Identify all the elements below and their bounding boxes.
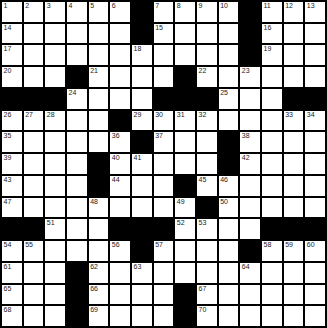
cell-r5c4[interactable]: 24	[67, 89, 87, 109]
cell-r6c5[interactable]	[89, 111, 109, 131]
clue-number: 23	[242, 67, 250, 75]
clue-number: 31	[177, 111, 185, 119]
clue-number: 54	[4, 241, 12, 249]
clue-number: 70	[198, 306, 206, 314]
cell-r7c8[interactable]: 37	[154, 132, 174, 152]
cell-r9c4[interactable]	[67, 176, 87, 196]
black-cell-r8c11	[219, 154, 239, 174]
cell-r10c8[interactable]	[154, 198, 174, 218]
cell-r11c11[interactable]	[219, 219, 239, 239]
black-cell-r3c12	[240, 45, 260, 65]
cell-r13c10[interactable]	[197, 263, 217, 283]
clue-number: 67	[198, 285, 206, 293]
cell-r4c3[interactable]	[45, 67, 65, 87]
clue-number: 38	[242, 132, 250, 140]
clue-number: 64	[242, 263, 250, 271]
clue-number: 65	[4, 285, 12, 293]
clue-number: 15	[155, 24, 163, 32]
cell-r2c4[interactable]	[67, 24, 87, 44]
cell-r4c6[interactable]	[110, 67, 130, 87]
crossword-board: 1234567891011121314151617181920212223242…	[0, 0, 327, 328]
cell-r13c12[interactable]: 64	[240, 263, 260, 283]
cell-r11c5[interactable]	[89, 219, 109, 239]
cell-r15c8[interactable]	[154, 306, 174, 326]
cell-r7c12[interactable]: 38	[240, 132, 260, 152]
cell-r3c9[interactable]	[175, 45, 195, 65]
cell-r6c2[interactable]: 27	[24, 111, 44, 131]
black-cell-r2c12	[240, 24, 260, 44]
black-cell-r9c5	[89, 176, 109, 196]
clue-number: 27	[25, 111, 33, 119]
cell-r2c6[interactable]	[110, 24, 130, 44]
cell-r13c2[interactable]	[24, 263, 44, 283]
cell-r2c14[interactable]	[284, 24, 304, 44]
cell-r4c1[interactable]: 20	[2, 67, 22, 87]
cell-r7c14[interactable]	[284, 132, 304, 152]
cell-r11c10[interactable]: 53	[197, 219, 217, 239]
cell-r9c14[interactable]	[284, 176, 304, 196]
cell-r5c12[interactable]	[240, 89, 260, 109]
cell-r10c6[interactable]	[110, 198, 130, 218]
cell-r10c11[interactable]: 50	[219, 198, 239, 218]
cell-r12c6[interactable]: 56	[110, 241, 130, 261]
cell-r8c4[interactable]	[67, 154, 87, 174]
cell-r8c7[interactable]: 41	[132, 154, 152, 174]
black-cell-r9c9	[175, 176, 195, 196]
cell-r3c11[interactable]	[219, 45, 239, 65]
clue-number: 34	[307, 111, 315, 119]
clue-number: 50	[220, 198, 228, 206]
clue-number: 40	[112, 154, 120, 162]
cell-r8c13[interactable]	[262, 154, 282, 174]
cell-r4c15[interactable]	[305, 67, 325, 87]
clue-number: 63	[133, 263, 141, 271]
cell-r14c6[interactable]	[110, 285, 130, 305]
cell-r2c5[interactable]	[89, 24, 109, 44]
cell-r7c9[interactable]	[175, 132, 195, 152]
clue-number: 8	[177, 2, 181, 10]
clue-number: 42	[242, 154, 250, 162]
cell-r6c4[interactable]	[67, 111, 87, 131]
cell-r10c14[interactable]	[284, 198, 304, 218]
cell-r7c3[interactable]	[45, 132, 65, 152]
cell-r15c1[interactable]: 68	[2, 306, 22, 326]
cell-r1c14[interactable]: 12	[284, 2, 304, 22]
black-cell-r2c7	[132, 24, 152, 44]
clue-number: 26	[4, 111, 12, 119]
cell-r7c13[interactable]	[262, 132, 282, 152]
clue-number: 45	[198, 176, 206, 184]
cell-r10c15[interactable]	[305, 198, 325, 218]
black-cell-r15c4	[67, 306, 87, 326]
cell-r7c4[interactable]	[67, 132, 87, 152]
cell-r1c4[interactable]: 4	[67, 2, 87, 22]
black-cell-r11c2	[24, 219, 44, 239]
clue-number: 32	[198, 111, 206, 119]
cell-r10c5[interactable]: 48	[89, 198, 109, 218]
clue-number: 35	[4, 132, 12, 140]
clue-number: 37	[155, 132, 163, 140]
black-cell-r15c9	[175, 306, 195, 326]
cell-r1c9[interactable]: 8	[175, 2, 195, 22]
cell-r9c12[interactable]	[240, 176, 260, 196]
black-cell-r11c1	[2, 219, 22, 239]
cell-r13c15[interactable]	[305, 263, 325, 283]
cell-r6c11[interactable]	[219, 111, 239, 131]
cell-r3c1[interactable]: 17	[2, 45, 22, 65]
cell-r4c11[interactable]	[219, 67, 239, 87]
cell-r13c13[interactable]	[262, 263, 282, 283]
clue-number: 55	[25, 241, 33, 249]
clue-number: 33	[285, 111, 293, 119]
clue-number: 7	[155, 2, 159, 10]
cell-r1c3[interactable]: 3	[45, 2, 65, 22]
cell-r1c11[interactable]: 10	[219, 2, 239, 22]
cell-r3c15[interactable]	[305, 45, 325, 65]
cell-r14c3[interactable]	[45, 285, 65, 305]
black-cell-r11c14	[284, 219, 304, 239]
black-cell-r5c15	[305, 89, 325, 109]
cell-r13c14[interactable]	[284, 263, 304, 283]
cell-r10c7[interactable]	[132, 198, 152, 218]
cell-r10c2[interactable]	[24, 198, 44, 218]
clue-number: 46	[220, 176, 228, 184]
black-cell-r5c9	[175, 89, 195, 109]
cell-r14c1[interactable]: 65	[2, 285, 22, 305]
black-cell-r12c12	[240, 241, 260, 261]
cell-r4c5[interactable]: 21	[89, 67, 109, 87]
cell-r14c5[interactable]: 66	[89, 285, 109, 305]
cell-r11c9[interactable]: 52	[175, 219, 195, 239]
clue-number: 28	[47, 111, 55, 119]
black-cell-r11c15	[305, 219, 325, 239]
clue-number: 21	[90, 67, 98, 75]
cell-r6c10[interactable]: 32	[197, 111, 217, 131]
clue-number: 61	[4, 263, 12, 271]
cell-r15c3[interactable]	[45, 306, 65, 326]
cell-r8c12[interactable]: 42	[240, 154, 260, 174]
cell-r6c7[interactable]: 29	[132, 111, 152, 131]
cell-r12c5[interactable]	[89, 241, 109, 261]
black-cell-r6c6	[110, 111, 130, 131]
cell-r3c6[interactable]	[110, 45, 130, 65]
black-cell-r5c3	[45, 89, 65, 109]
cell-r1c8[interactable]: 7	[154, 2, 174, 22]
cell-r13c9[interactable]	[175, 263, 195, 283]
clue-number: 4	[68, 2, 72, 10]
black-cell-r7c11	[219, 132, 239, 152]
clue-number: 17	[4, 45, 12, 53]
clue-number: 60	[307, 241, 315, 249]
cell-r15c15[interactable]	[305, 306, 325, 326]
cell-r4c7[interactable]	[132, 67, 152, 87]
cell-r2c10[interactable]	[197, 24, 217, 44]
cell-r2c2[interactable]	[24, 24, 44, 44]
cell-r15c5[interactable]: 69	[89, 306, 109, 326]
cell-r9c8[interactable]	[154, 176, 174, 196]
clue-number: 9	[198, 2, 202, 10]
cell-r1c13[interactable]: 11	[262, 2, 282, 22]
clue-number: 69	[90, 306, 98, 314]
cell-r15c10[interactable]: 70	[197, 306, 217, 326]
cell-r12c2[interactable]: 55	[24, 241, 44, 261]
cell-r12c14[interactable]: 59	[284, 241, 304, 261]
black-cell-r5c2	[24, 89, 44, 109]
clue-number: 57	[155, 241, 163, 249]
cell-r15c12[interactable]	[240, 306, 260, 326]
cell-r6c15[interactable]: 34	[305, 111, 325, 131]
black-cell-r10c10	[197, 198, 217, 218]
cell-r15c6[interactable]	[110, 306, 130, 326]
black-cell-r7c7	[132, 132, 152, 152]
black-cell-r1c7	[132, 2, 152, 22]
clue-number: 16	[263, 24, 271, 32]
cell-r4c10[interactable]: 22	[197, 67, 217, 87]
cell-r15c2[interactable]	[24, 306, 44, 326]
cell-r9c6[interactable]: 44	[110, 176, 130, 196]
cell-r15c14[interactable]	[284, 306, 304, 326]
black-cell-r1c12	[240, 2, 260, 22]
clue-number: 12	[285, 2, 293, 10]
cell-r15c7[interactable]	[132, 306, 152, 326]
clue-number: 20	[4, 67, 12, 75]
clue-number: 68	[4, 306, 12, 314]
cell-r3c10[interactable]	[197, 45, 217, 65]
black-cell-r14c9	[175, 285, 195, 305]
clue-number: 43	[4, 176, 12, 184]
cell-r13c8[interactable]	[154, 263, 174, 283]
cell-r6c3[interactable]: 28	[45, 111, 65, 131]
clue-number: 49	[177, 198, 185, 206]
clue-number: 59	[285, 241, 293, 249]
cell-r12c15[interactable]: 60	[305, 241, 325, 261]
black-cell-r11c6	[110, 219, 130, 239]
cell-r3c7[interactable]: 18	[132, 45, 152, 65]
cell-r2c1[interactable]: 14	[2, 24, 22, 44]
black-cell-r4c9	[175, 67, 195, 87]
cell-r11c12[interactable]	[240, 219, 260, 239]
cell-r9c7[interactable]	[132, 176, 152, 196]
clue-number: 18	[133, 45, 141, 53]
cell-r12c10[interactable]	[197, 241, 217, 261]
clue-number: 2	[25, 2, 29, 10]
cell-r10c12[interactable]	[240, 198, 260, 218]
cell-r14c8[interactable]	[154, 285, 174, 305]
cell-r12c11[interactable]	[219, 241, 239, 261]
clue-number: 10	[220, 2, 228, 10]
cell-r8c1[interactable]: 39	[2, 154, 22, 174]
cell-r2c9[interactable]	[175, 24, 195, 44]
clue-number: 25	[220, 89, 228, 97]
clue-number: 29	[133, 111, 141, 119]
clue-number: 66	[90, 285, 98, 293]
clue-number: 39	[4, 154, 12, 162]
clue-number: 30	[155, 111, 163, 119]
clue-number: 36	[112, 132, 120, 140]
cell-r10c13[interactable]	[262, 198, 282, 218]
cell-r6c12[interactable]	[240, 111, 260, 131]
cell-r6c8[interactable]: 30	[154, 111, 174, 131]
cell-r6c9[interactable]: 31	[175, 111, 195, 131]
cell-r14c13[interactable]	[262, 285, 282, 305]
clue-number: 13	[307, 2, 315, 10]
black-cell-r5c8	[154, 89, 174, 109]
cell-r1c15[interactable]: 13	[305, 2, 325, 22]
cell-r5c11[interactable]: 25	[219, 89, 239, 109]
cell-r3c5[interactable]	[89, 45, 109, 65]
cell-r8c2[interactable]	[24, 154, 44, 174]
cell-r13c5[interactable]: 62	[89, 263, 109, 283]
cell-r8c8[interactable]	[154, 154, 174, 174]
cell-r8c3[interactable]	[45, 154, 65, 174]
black-cell-r11c7	[132, 219, 152, 239]
black-cell-r5c1	[2, 89, 22, 109]
cell-r13c11[interactable]	[219, 263, 239, 283]
black-cell-r4c4	[67, 67, 87, 87]
clue-number: 58	[263, 241, 271, 249]
cell-r9c1[interactable]: 43	[2, 176, 22, 196]
clue-number: 6	[112, 2, 116, 10]
cell-r7c2[interactable]	[24, 132, 44, 152]
cell-r1c6[interactable]: 6	[110, 2, 130, 22]
black-cell-r5c14	[284, 89, 304, 109]
cell-r2c11[interactable]	[219, 24, 239, 44]
cell-r11c4[interactable]	[67, 219, 87, 239]
cell-r12c4[interactable]	[67, 241, 87, 261]
cell-r3c8[interactable]	[154, 45, 174, 65]
clue-number: 1	[4, 2, 8, 10]
cell-r9c2[interactable]	[24, 176, 44, 196]
cell-r1c10[interactable]: 9	[197, 2, 217, 22]
cell-r2c13[interactable]: 16	[262, 24, 282, 44]
black-cell-r13c4	[67, 263, 87, 283]
cell-r13c6[interactable]	[110, 263, 130, 283]
cell-r6c1[interactable]: 26	[2, 111, 22, 131]
cell-r8c10[interactable]	[197, 154, 217, 174]
cell-r1c5[interactable]: 5	[89, 2, 109, 22]
cell-r4c12[interactable]: 23	[240, 67, 260, 87]
cell-r15c13[interactable]	[262, 306, 282, 326]
clue-number: 5	[90, 2, 94, 10]
cell-r13c7[interactable]: 63	[132, 263, 152, 283]
cell-r2c15[interactable]	[305, 24, 325, 44]
clue-number: 51	[47, 219, 55, 227]
cell-r10c1[interactable]: 47	[2, 198, 22, 218]
cell-r4c8[interactable]	[154, 67, 174, 87]
cell-r3c14[interactable]	[284, 45, 304, 65]
cell-r6c14[interactable]: 33	[284, 111, 304, 131]
clue-number: 14	[4, 24, 12, 32]
cell-r10c3[interactable]	[45, 198, 65, 218]
black-cell-r11c13	[262, 219, 282, 239]
cell-r3c13[interactable]: 19	[262, 45, 282, 65]
cell-r8c9[interactable]	[175, 154, 195, 174]
cell-r7c5[interactable]	[89, 132, 109, 152]
cell-r9c11[interactable]: 46	[219, 176, 239, 196]
cell-r12c3[interactable]	[45, 241, 65, 261]
cell-r2c3[interactable]	[45, 24, 65, 44]
cell-r12c9[interactable]	[175, 241, 195, 261]
cell-r13c3[interactable]	[45, 263, 65, 283]
clue-number: 24	[68, 89, 76, 97]
clue-number: 56	[112, 241, 120, 249]
cell-r14c14[interactable]	[284, 285, 304, 305]
cell-r6c13[interactable]	[262, 111, 282, 131]
cell-r9c10[interactable]: 45	[197, 176, 217, 196]
cell-r9c15[interactable]	[305, 176, 325, 196]
clue-number: 44	[112, 176, 120, 184]
clue-number: 53	[198, 219, 206, 227]
black-cell-r11c8	[154, 219, 174, 239]
cell-r15c11[interactable]	[219, 306, 239, 326]
cell-r4c2[interactable]	[24, 67, 44, 87]
cell-r12c13[interactable]: 58	[262, 241, 282, 261]
cell-r4c13[interactable]	[262, 67, 282, 87]
cell-r2c8[interactable]: 15	[154, 24, 174, 44]
cell-r3c3[interactable]	[45, 45, 65, 65]
cell-r3c2[interactable]	[24, 45, 44, 65]
cell-r14c10[interactable]: 67	[197, 285, 217, 305]
cell-r13c1[interactable]: 61	[2, 263, 22, 283]
cell-r5c7[interactable]	[132, 89, 152, 109]
cell-r9c13[interactable]	[262, 176, 282, 196]
cell-r7c10[interactable]	[197, 132, 217, 152]
cell-r14c12[interactable]	[240, 285, 260, 305]
cell-r11c3[interactable]: 51	[45, 219, 65, 239]
cell-r4c14[interactable]	[284, 67, 304, 87]
clue-number: 3	[47, 2, 51, 10]
black-cell-r5c10	[197, 89, 217, 109]
black-cell-r14c4	[67, 285, 87, 305]
cell-r8c15[interactable]	[305, 154, 325, 174]
cell-r7c15[interactable]	[305, 132, 325, 152]
clue-number: 11	[263, 2, 270, 10]
cell-r9c3[interactable]	[45, 176, 65, 196]
cell-r5c13[interactable]	[262, 89, 282, 109]
cell-r7c6[interactable]: 36	[110, 132, 130, 152]
clue-number: 47	[4, 198, 12, 206]
clue-number: 48	[90, 198, 98, 206]
cell-r5c5[interactable]	[89, 89, 109, 109]
cell-r8c6[interactable]: 40	[110, 154, 130, 174]
clue-number: 62	[90, 263, 98, 271]
cell-r1c2[interactable]: 2	[24, 2, 44, 22]
cell-r10c4[interactable]	[67, 198, 87, 218]
black-cell-r8c5	[89, 154, 109, 174]
clue-number: 22	[198, 67, 206, 75]
cell-r12c1[interactable]: 54	[2, 241, 22, 261]
black-cell-r12c7	[132, 241, 152, 261]
cell-r7c1[interactable]: 35	[2, 132, 22, 152]
clue-number: 52	[177, 219, 185, 227]
cell-r8c14[interactable]	[284, 154, 304, 174]
cell-r14c7[interactable]	[132, 285, 152, 305]
cell-r14c11[interactable]	[219, 285, 239, 305]
cell-r10c9[interactable]: 49	[175, 198, 195, 218]
cell-r3c4[interactable]	[67, 45, 87, 65]
cell-r5c6[interactable]	[110, 89, 130, 109]
clue-number: 41	[133, 154, 141, 162]
clue-number: 19	[263, 45, 271, 53]
cell-r1c1[interactable]: 1	[2, 2, 22, 22]
cell-r14c2[interactable]	[24, 285, 44, 305]
cell-r12c8[interactable]: 57	[154, 241, 174, 261]
cell-r14c15[interactable]	[305, 285, 325, 305]
